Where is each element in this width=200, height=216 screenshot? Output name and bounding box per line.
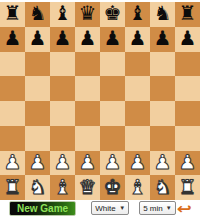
white-king-piece[interactable]: ♚	[104, 177, 122, 197]
square-f2[interactable]: ♟	[125, 151, 150, 176]
square-g5[interactable]	[150, 76, 175, 101]
square-e2[interactable]: ♟	[100, 151, 125, 176]
side-select-value: White	[95, 204, 115, 213]
square-f7[interactable]: ♟	[125, 27, 150, 52]
square-d1[interactable]: ♛	[75, 175, 100, 200]
square-f5[interactable]	[125, 76, 150, 101]
black-rook-piece[interactable]: ♜	[4, 3, 22, 23]
square-h7[interactable]: ♟	[175, 27, 200, 52]
square-a7[interactable]: ♟	[0, 27, 25, 52]
square-b7[interactable]: ♟	[25, 27, 50, 52]
black-pawn-piece[interactable]: ♟	[54, 28, 72, 48]
undo-icon[interactable]: ↩	[177, 201, 192, 216]
square-a6[interactable]	[0, 52, 25, 77]
square-c5[interactable]	[50, 76, 75, 101]
white-pawn-piece[interactable]: ♟	[154, 152, 172, 172]
square-e8[interactable]: ♚	[100, 2, 125, 27]
chess-board: ♜♞♝♛♚♝♞♜♟♟♟♟♟♟♟♟♟♟♟♟♟♟♟♟♜♞♝♛♚♝♞♜	[0, 2, 200, 200]
black-knight-piece[interactable]: ♞	[154, 3, 172, 23]
square-b6[interactable]	[25, 52, 50, 77]
square-g2[interactable]: ♟	[150, 151, 175, 176]
chevron-down-icon: ▼	[119, 205, 125, 211]
square-g1[interactable]: ♞	[150, 175, 175, 200]
square-e7[interactable]: ♟	[100, 27, 125, 52]
square-d2[interactable]: ♟	[75, 151, 100, 176]
time-select-value: 5 min	[143, 204, 163, 213]
square-h8[interactable]: ♜	[175, 2, 200, 27]
white-pawn-piece[interactable]: ♟	[129, 152, 147, 172]
black-pawn-piece[interactable]: ♟	[29, 28, 47, 48]
black-queen-piece[interactable]: ♛	[79, 3, 97, 23]
white-rook-piece[interactable]: ♜	[179, 177, 197, 197]
square-g8[interactable]: ♞	[150, 2, 175, 27]
square-d4[interactable]	[75, 101, 100, 126]
black-pawn-piece[interactable]: ♟	[154, 28, 172, 48]
square-e4[interactable]	[100, 101, 125, 126]
white-pawn-piece[interactable]: ♟	[54, 152, 72, 172]
square-d8[interactable]: ♛	[75, 2, 100, 27]
square-c7[interactable]: ♟	[50, 27, 75, 52]
square-a1[interactable]: ♜	[0, 175, 25, 200]
square-c6[interactable]	[50, 52, 75, 77]
square-d6[interactable]	[75, 52, 100, 77]
black-pawn-piece[interactable]: ♟	[104, 28, 122, 48]
square-b3[interactable]	[25, 126, 50, 151]
square-h6[interactable]	[175, 52, 200, 77]
square-g3[interactable]	[150, 126, 175, 151]
white-knight-piece[interactable]: ♞	[29, 177, 47, 197]
square-a4[interactable]	[0, 101, 25, 126]
white-bishop-piece[interactable]: ♝	[54, 177, 72, 197]
square-b4[interactable]	[25, 101, 50, 126]
white-pawn-piece[interactable]: ♟	[29, 152, 47, 172]
black-pawn-piece[interactable]: ♟	[4, 28, 22, 48]
square-a3[interactable]	[0, 126, 25, 151]
square-e5[interactable]	[100, 76, 125, 101]
time-select[interactable]: 5 min ▼	[139, 201, 176, 215]
square-a8[interactable]: ♜	[0, 2, 25, 27]
square-d5[interactable]	[75, 76, 100, 101]
black-bishop-piece[interactable]: ♝	[129, 3, 147, 23]
square-h2[interactable]: ♟	[175, 151, 200, 176]
white-queen-piece[interactable]: ♛	[79, 177, 97, 197]
square-b1[interactable]: ♞	[25, 175, 50, 200]
new-game-button[interactable]: New Game	[9, 201, 76, 216]
chevron-down-icon: ▼	[166, 205, 172, 211]
square-b2[interactable]: ♟	[25, 151, 50, 176]
square-h5[interactable]	[175, 76, 200, 101]
black-pawn-piece[interactable]: ♟	[129, 28, 147, 48]
square-b5[interactable]	[25, 76, 50, 101]
white-pawn-piece[interactable]: ♟	[104, 152, 122, 172]
white-rook-piece[interactable]: ♜	[4, 177, 22, 197]
square-e3[interactable]	[100, 126, 125, 151]
white-knight-piece[interactable]: ♞	[154, 177, 172, 197]
black-pawn-piece[interactable]: ♟	[179, 28, 197, 48]
white-pawn-piece[interactable]: ♟	[179, 152, 197, 172]
square-h1[interactable]: ♜	[175, 175, 200, 200]
black-bishop-piece[interactable]: ♝	[54, 3, 72, 23]
square-f6[interactable]	[125, 52, 150, 77]
square-b8[interactable]: ♞	[25, 2, 50, 27]
square-a5[interactable]	[0, 76, 25, 101]
side-select[interactable]: White ▼	[91, 201, 129, 215]
square-a2[interactable]: ♟	[0, 151, 25, 176]
white-bishop-piece[interactable]: ♝	[129, 177, 147, 197]
square-e1[interactable]: ♚	[100, 175, 125, 200]
white-pawn-piece[interactable]: ♟	[79, 152, 97, 172]
square-c8[interactable]: ♝	[50, 2, 75, 27]
square-g7[interactable]: ♟	[150, 27, 175, 52]
square-f4[interactable]	[125, 101, 150, 126]
black-knight-piece[interactable]: ♞	[29, 3, 47, 23]
square-d3[interactable]	[75, 126, 100, 151]
chess-app: ♜♞♝♛♚♝♞♜♟♟♟♟♟♟♟♟♟♟♟♟♟♟♟♟♜♞♝♛♚♝♞♜ New Gam…	[0, 0, 200, 216]
square-c4[interactable]	[50, 101, 75, 126]
square-g4[interactable]	[150, 101, 175, 126]
square-d7[interactable]: ♟	[75, 27, 100, 52]
square-g6[interactable]	[150, 52, 175, 77]
black-king-piece[interactable]: ♚	[104, 3, 122, 23]
square-f3[interactable]	[125, 126, 150, 151]
white-pawn-piece[interactable]: ♟	[4, 152, 22, 172]
square-c3[interactable]	[50, 126, 75, 151]
square-e6[interactable]	[100, 52, 125, 77]
square-f1[interactable]: ♝	[125, 175, 150, 200]
square-h3[interactable]	[175, 126, 200, 151]
toolbar: New Game White ▼ 5 min ▼ ↩	[0, 200, 200, 216]
black-pawn-piece[interactable]: ♟	[79, 28, 97, 48]
black-rook-piece[interactable]: ♜	[179, 3, 197, 23]
square-f8[interactable]: ♝	[125, 2, 150, 27]
square-c1[interactable]: ♝	[50, 175, 75, 200]
square-h4[interactable]	[175, 101, 200, 126]
square-c2[interactable]: ♟	[50, 151, 75, 176]
